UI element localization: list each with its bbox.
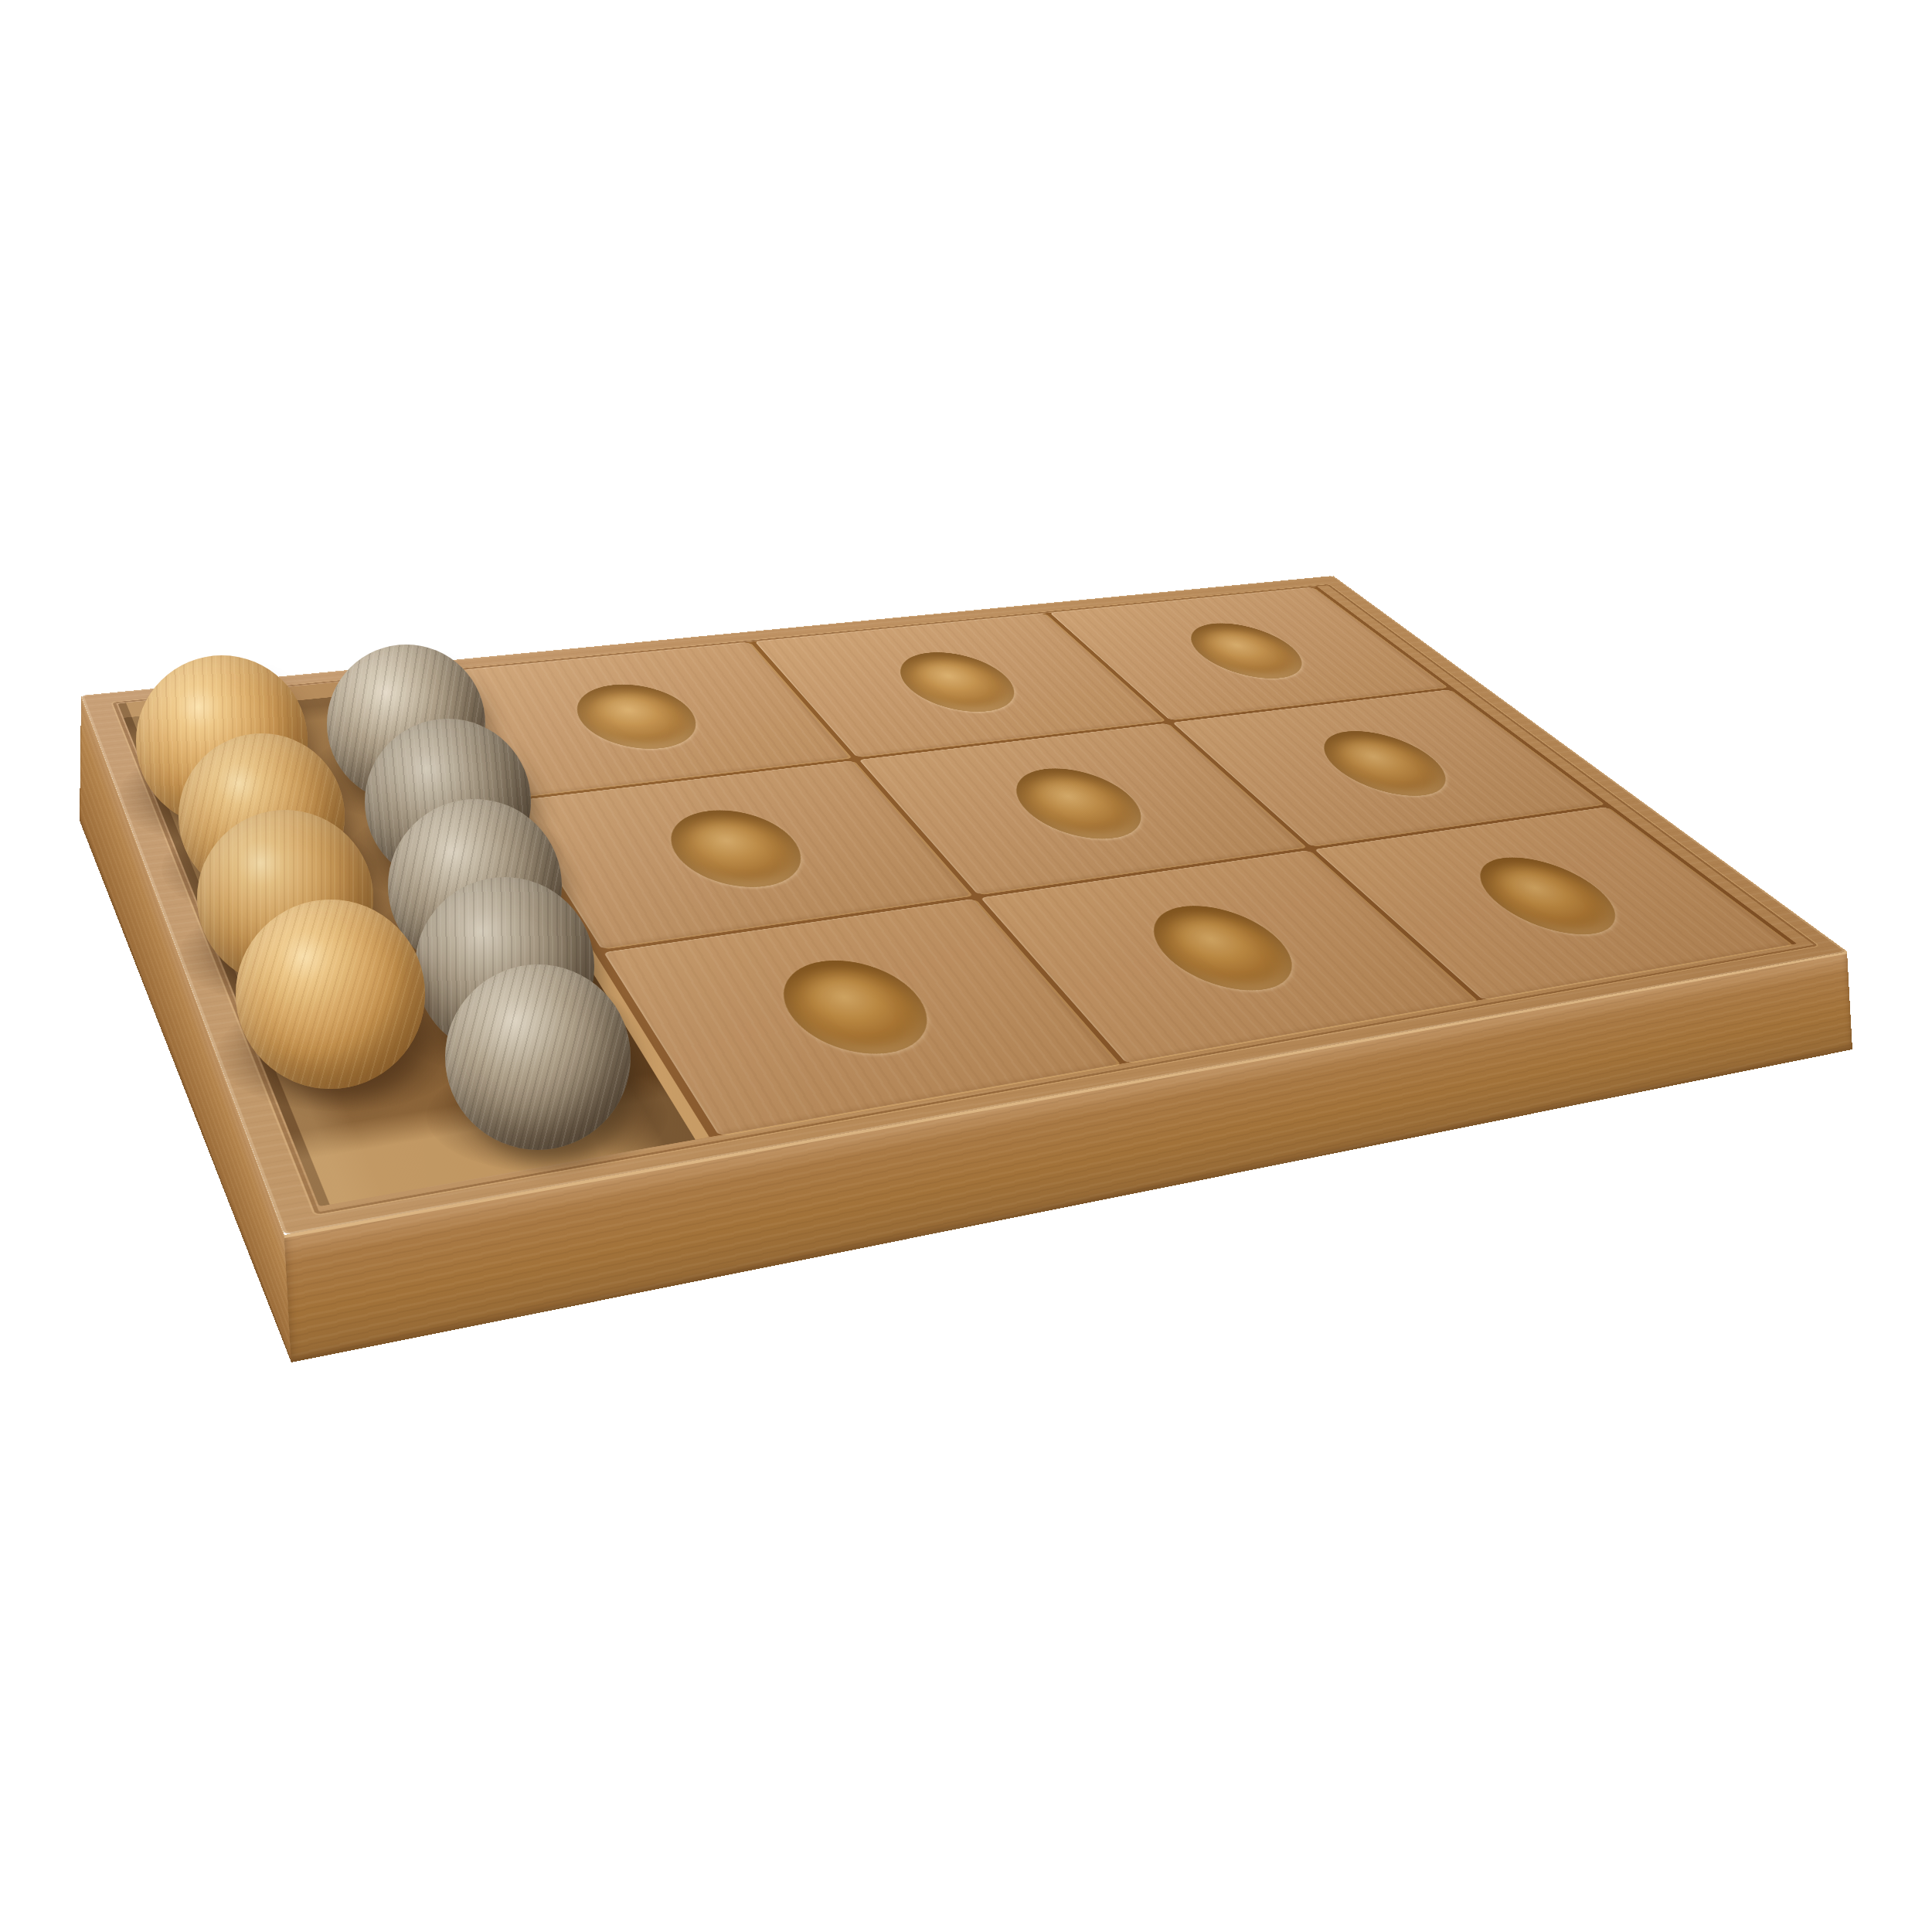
product-photo-canvas [0,0,1932,1932]
gray-wooden-ball-gray-5[interactable] [445,964,631,1150]
ball-wood-grain [445,964,631,1150]
ball-wood-grain [236,900,425,1089]
light-wooden-ball-light-4[interactable] [236,900,425,1089]
